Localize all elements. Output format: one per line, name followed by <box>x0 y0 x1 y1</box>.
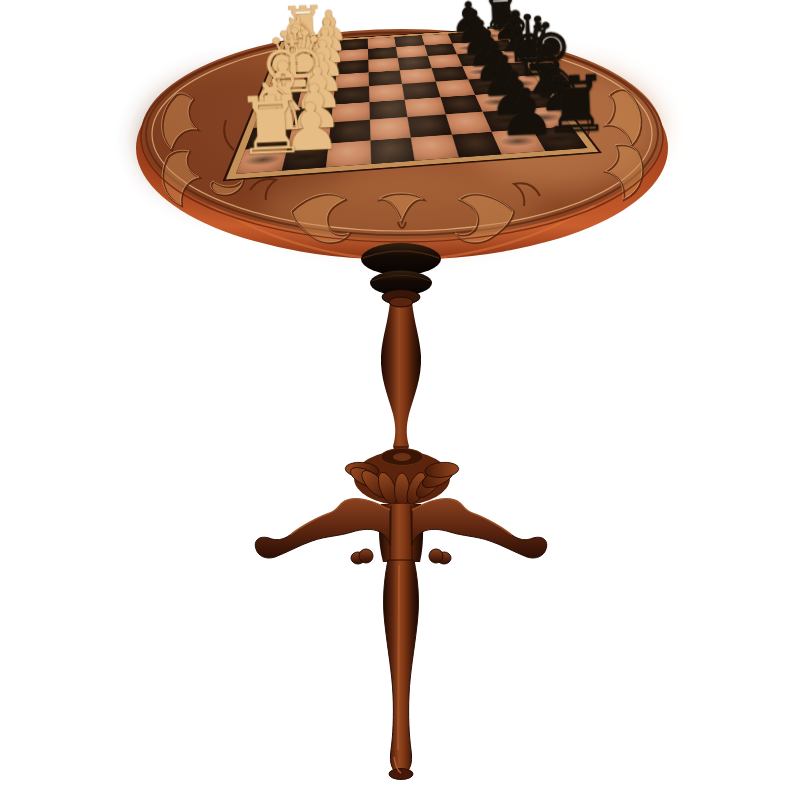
chessboard: ♜♟♟♜♞♟♟♞♝♟♟♝♛♟♟♛♚♟♟♚♝♟♟♝♞♟♟♞♜♟♟♜ <box>226 28 598 179</box>
square-e4 <box>369 84 405 102</box>
square-h5 <box>411 134 459 160</box>
square-d5 <box>400 68 436 84</box>
square-h1: ♜ <box>236 146 287 174</box>
leg-left <box>255 499 390 558</box>
front-foot-pad <box>389 769 413 780</box>
pedestal-collar <box>361 243 441 305</box>
piece-black-rook-h8: ♜ <box>539 65 585 144</box>
square-e6 <box>435 80 475 98</box>
square-g4 <box>369 117 410 140</box>
leg-front <box>384 560 419 775</box>
board-perspective-scene: ♜♟♟♜♞♟♟♞♝♟♟♝♛♟♟♛♚♟♟♚♝♟♟♝♞♟♟♞♜♟♟♜ <box>256 0 548 230</box>
pedestal <box>255 243 547 780</box>
square-h7: ♟ <box>492 129 545 155</box>
square-h6 <box>451 132 501 158</box>
square-d4 <box>368 70 402 86</box>
chessboard-area: ♜♟♟♜♞♟♟♞♝♟♟♝♛♟♟♛♚♟♟♚♝♟♟♝♞♟♟♞♜♟♟♜ <box>256 0 548 230</box>
square-f5 <box>405 97 446 117</box>
pedestal-column <box>381 297 421 454</box>
piece-white-rook-h1: ♜ <box>234 85 282 166</box>
leg-right <box>412 499 547 558</box>
square-h4 <box>370 137 415 164</box>
product-photo: ♜♟♟♜♞♟♟♞♝♟♟♝♛♟♟♛♚♟♟♚♝♟♟♝♞♟♟♞♜♟♟♜ <box>0 0 800 800</box>
piece-black-pawn-h7: ♟ <box>496 80 542 146</box>
